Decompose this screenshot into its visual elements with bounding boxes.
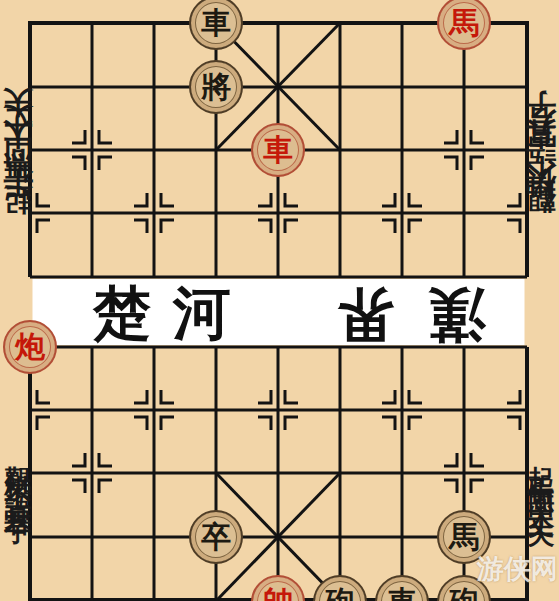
piece-glyph: 馬 [449, 8, 479, 38]
piece-glyph: 將 [201, 72, 231, 102]
side-text-right-top: 觀棋不語真君子 [524, 16, 558, 350]
piece-glyph: 砲 [449, 587, 479, 601]
piece-red-chariot[interactable]: 車 [251, 123, 305, 177]
piece-glyph: 炮 [15, 332, 45, 362]
piece-black-general[interactable]: 將 [189, 60, 243, 114]
piece-glyph: 帥 [263, 587, 293, 601]
piece-black-soldier[interactable]: 卒 [189, 510, 243, 564]
river-label-han-jie: 漢界 [302, 282, 486, 346]
watermark-text: 游侠网 [477, 551, 558, 587]
river-label-chu-he: 楚河 [93, 282, 253, 346]
piece-glyph: 車 [263, 135, 293, 165]
piece-glyph: 車 [201, 8, 231, 38]
piece-glyph: 車 [387, 587, 417, 601]
side-text-left-top: 起手無回大丈夫 [1, 16, 35, 350]
piece-glyph: 馬 [449, 522, 479, 552]
xiangqi-board[interactable]: 起手無回大丈夫 觀棋不語真君子 觀棋不語真君子 起手無回大丈夫 楚河 漢界 車馬… [0, 0, 559, 601]
side-text-left-bottom: 觀棋不語真君子 [1, 348, 35, 601]
piece-red-cannon[interactable]: 炮 [3, 320, 57, 374]
piece-glyph: 卒 [201, 522, 231, 552]
piece-glyph: 砲 [325, 587, 355, 601]
